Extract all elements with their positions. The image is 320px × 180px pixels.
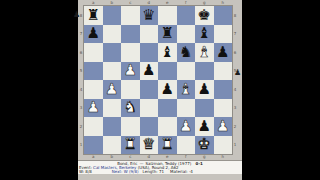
rank-label-1: 1 bbox=[232, 136, 238, 155]
stat-length: Length: 71 bbox=[143, 170, 165, 174]
stat-next: Next: W (9/8) bbox=[112, 170, 139, 174]
piece-white-bishop: ♝ bbox=[179, 82, 192, 97]
piece-black-pawn: ♟ bbox=[161, 82, 174, 97]
square-g6: ♝ bbox=[195, 43, 214, 62]
square-f1 bbox=[177, 136, 196, 155]
square-b6 bbox=[103, 43, 122, 62]
square-g4: ♟ bbox=[195, 80, 214, 99]
piece-black-pawn: ♟ bbox=[198, 119, 211, 134]
square-b7 bbox=[103, 25, 122, 44]
captured-piece-marker-left: ♟ bbox=[73, 11, 80, 19]
video-frame: abcdefgh abcdefgh 87654321 87654321 ♜♛♚♟… bbox=[0, 0, 320, 180]
square-d8: ♛ bbox=[140, 6, 159, 25]
square-e3 bbox=[158, 99, 177, 118]
rank-label-6: 6 bbox=[232, 43, 238, 62]
square-e8 bbox=[158, 6, 177, 25]
piece-black-rook: ♜ bbox=[161, 26, 174, 41]
rank-labels-right: 87654321 bbox=[232, 6, 238, 154]
caption-panel: Bond, Eric—Salzman, Teddy (1977) 0-1 Eve… bbox=[78, 160, 242, 174]
square-h5 bbox=[214, 62, 233, 81]
square-e2 bbox=[158, 117, 177, 136]
square-e6: ♝ bbox=[158, 43, 177, 62]
square-g2: ♟ bbox=[195, 117, 214, 136]
game-year: (1977) bbox=[178, 161, 191, 166]
square-g5 bbox=[195, 62, 214, 81]
square-b3 bbox=[103, 99, 122, 118]
stat-material: Material: -4 bbox=[170, 170, 193, 174]
square-d4 bbox=[140, 80, 159, 99]
piece-white-pawn: ♟ bbox=[124, 63, 137, 78]
square-f8 bbox=[177, 6, 196, 25]
square-h4 bbox=[214, 80, 233, 99]
square-f6: ♞ bbox=[177, 43, 196, 62]
square-e7: ♜ bbox=[158, 25, 177, 44]
square-e1: ♜ bbox=[158, 136, 177, 155]
rank-label-8: 8 bbox=[232, 6, 238, 25]
square-g1: ♚ bbox=[195, 136, 214, 155]
square-b5 bbox=[103, 62, 122, 81]
square-f5 bbox=[177, 62, 196, 81]
square-f3 bbox=[177, 99, 196, 118]
square-c7 bbox=[121, 25, 140, 44]
square-b4: ♟ bbox=[103, 80, 122, 99]
square-d6 bbox=[140, 43, 159, 62]
rank-label-2: 2 bbox=[232, 117, 238, 136]
square-c2 bbox=[121, 117, 140, 136]
rank-label-7: 7 bbox=[232, 25, 238, 44]
piece-white-king: ♚ bbox=[198, 137, 211, 152]
square-d2 bbox=[140, 117, 159, 136]
square-c3: ♞ bbox=[121, 99, 140, 118]
rank-label-4: 4 bbox=[232, 80, 238, 99]
square-b8 bbox=[103, 6, 122, 25]
piece-white-rook: ♜ bbox=[124, 137, 137, 152]
square-f2: ♟ bbox=[177, 117, 196, 136]
square-a4 bbox=[84, 80, 103, 99]
square-h2: ♟ bbox=[214, 117, 233, 136]
letterbox-right bbox=[242, 0, 320, 180]
square-c1: ♜ bbox=[121, 136, 140, 155]
piece-black-pawn: ♟ bbox=[198, 82, 211, 97]
stats-line: W: 8/8 Next: W (9/8) Length: 71 Material… bbox=[78, 170, 242, 174]
square-f7 bbox=[177, 25, 196, 44]
square-e5 bbox=[158, 62, 177, 81]
piece-white-bishop: ♝ bbox=[198, 45, 211, 60]
piece-black-queen: ♛ bbox=[142, 8, 155, 23]
piece-black-bishop: ♝ bbox=[161, 45, 174, 60]
square-a7: ♟ bbox=[84, 25, 103, 44]
square-b2 bbox=[103, 117, 122, 136]
chess-board: ♜♛♚♟♜♝♝♞♝♟♟♟♟♟♝♟♟♞♟♟♟♜♛♜♚ bbox=[84, 6, 232, 154]
square-e4: ♟ bbox=[158, 80, 177, 99]
piece-white-pawn: ♟ bbox=[87, 100, 100, 115]
square-c5: ♟ bbox=[121, 62, 140, 81]
square-c4 bbox=[121, 80, 140, 99]
game-result: 0-1 bbox=[196, 161, 203, 166]
square-f4: ♝ bbox=[177, 80, 196, 99]
square-c6 bbox=[121, 43, 140, 62]
square-d1: ♛ bbox=[140, 136, 159, 155]
square-a1 bbox=[84, 136, 103, 155]
stat-white-score: W: 8/8 bbox=[79, 170, 92, 174]
piece-black-rook: ♜ bbox=[87, 8, 100, 23]
square-b1 bbox=[103, 136, 122, 155]
piece-black-pawn: ♟ bbox=[142, 63, 155, 78]
piece-black-knight: ♞ bbox=[179, 45, 192, 60]
square-g8: ♚ bbox=[195, 6, 214, 25]
square-a5 bbox=[84, 62, 103, 81]
piece-black-bishop: ♝ bbox=[198, 26, 211, 41]
diagram-panel: abcdefgh abcdefgh 87654321 87654321 ♜♛♚♟… bbox=[78, 0, 242, 180]
square-h1 bbox=[214, 136, 233, 155]
piece-white-knight: ♞ bbox=[124, 100, 137, 115]
piece-white-queen: ♛ bbox=[142, 137, 155, 152]
square-h8 bbox=[214, 6, 233, 25]
piece-white-rook: ♜ bbox=[161, 137, 174, 152]
square-d3 bbox=[140, 99, 159, 118]
square-h7 bbox=[214, 25, 233, 44]
square-a3: ♟ bbox=[84, 99, 103, 118]
piece-black-king: ♚ bbox=[198, 8, 211, 23]
square-g7: ♝ bbox=[195, 25, 214, 44]
piece-white-pawn: ♟ bbox=[216, 119, 229, 134]
square-c8 bbox=[121, 6, 140, 25]
square-a8: ♜ bbox=[84, 6, 103, 25]
square-g3 bbox=[195, 99, 214, 118]
rank-label-3: 3 bbox=[232, 99, 238, 118]
square-d7 bbox=[140, 25, 159, 44]
square-a2 bbox=[84, 117, 103, 136]
square-a6 bbox=[84, 43, 103, 62]
letterbox-left bbox=[0, 0, 78, 180]
piece-white-pawn: ♟ bbox=[105, 82, 118, 97]
square-h3 bbox=[214, 99, 233, 118]
captured-piece-marker-right: ♟ bbox=[234, 69, 241, 77]
piece-black-pawn: ♟ bbox=[87, 26, 100, 41]
piece-white-pawn: ♟ bbox=[179, 119, 192, 134]
square-d5: ♟ bbox=[140, 62, 159, 81]
square-h6: ♟ bbox=[214, 43, 233, 62]
piece-black-pawn: ♟ bbox=[216, 45, 229, 60]
